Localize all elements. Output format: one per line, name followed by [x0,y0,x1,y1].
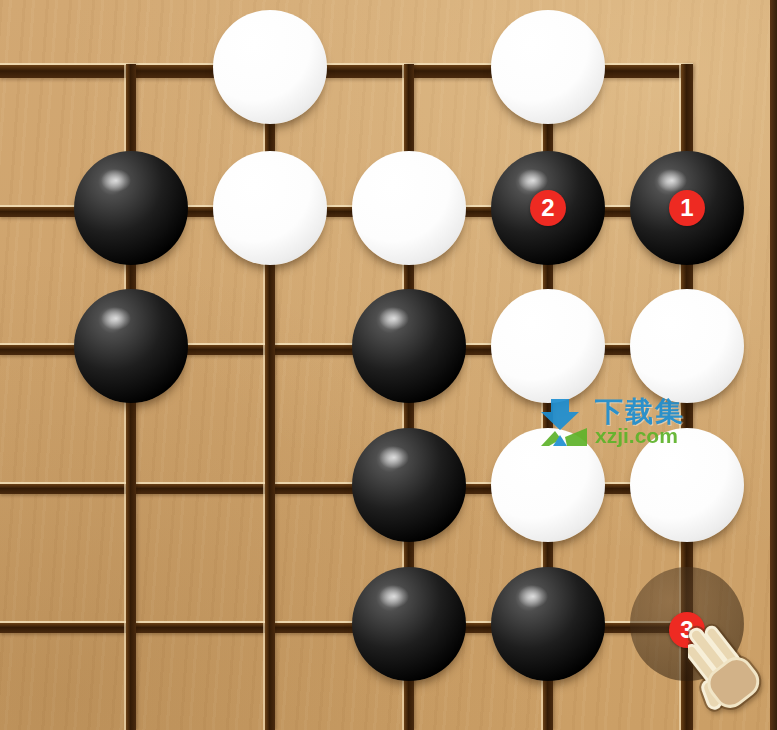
board-side-edge [770,0,777,730]
stone-black [352,289,466,403]
watermark-text: 下载集 xzji.com [595,399,685,446]
stone-black [491,567,605,681]
stone-black [352,567,466,681]
stone-white [213,10,327,124]
watermark-domain: xzji.com [595,425,685,446]
stone-black [74,289,188,403]
stone-black [352,428,466,542]
stone-white [630,289,744,403]
watermark: 下载集 xzji.com [538,399,685,447]
stone-white [491,10,605,124]
stone-white [352,151,466,265]
stone-white [213,151,327,265]
hand-cursor-icon [688,616,768,720]
watermark-title: 下载集 [595,399,685,425]
move-number-badge: 1 [669,190,705,226]
move-number-badge: 2 [530,190,566,226]
stone-black [74,151,188,265]
xzji-logo-icon [538,399,588,447]
stone-white [491,289,605,403]
go-game-screenshot: 213 下载集 xzji.com [0,0,777,730]
